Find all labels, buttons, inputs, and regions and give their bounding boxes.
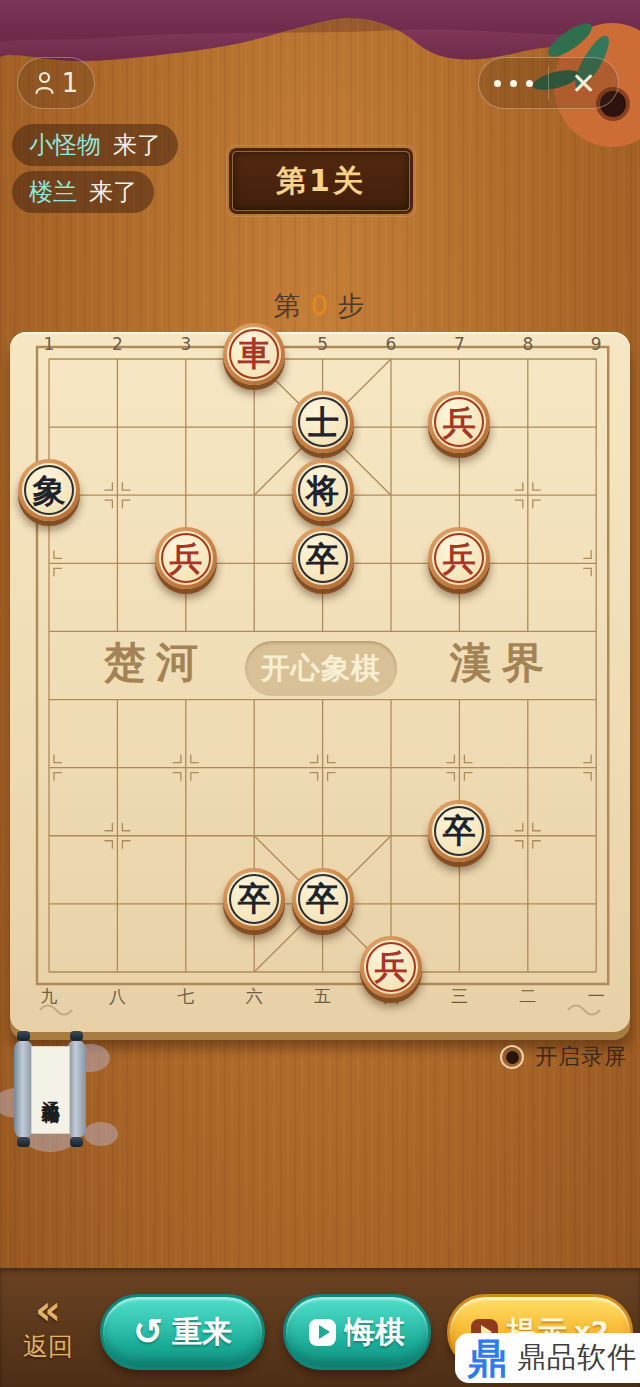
- piece-black-卒[interactable]: 卒: [292, 527, 354, 589]
- piece-face: 兵: [432, 531, 486, 585]
- player-count-pill[interactable]: 1: [17, 57, 95, 109]
- piece-red-兵[interactable]: 兵: [360, 936, 422, 998]
- piece-red-兵[interactable]: 兵: [428, 391, 490, 453]
- piece-black-卒[interactable]: 卒: [292, 868, 354, 930]
- board-pieces-grid: 車士兵象将兵卒兵卒卒卒兵: [15, 325, 631, 1006]
- chat-nickname: 楼兰: [29, 176, 77, 208]
- piece-face: 兵: [159, 531, 213, 585]
- piece-black-卒[interactable]: 卒: [428, 800, 490, 862]
- piece-glyph: 卒: [238, 882, 271, 915]
- piece-red-兵[interactable]: 兵: [428, 527, 490, 589]
- leaf: [544, 18, 597, 63]
- strategy-scroll-button[interactable]: 通关秘籍: [0, 1026, 120, 1186]
- restart-icon: ↺: [133, 1314, 163, 1350]
- piece-face: 兵: [364, 940, 418, 994]
- undo-move-button[interactable]: 悔棋: [283, 1294, 431, 1370]
- close-icon: ✕: [571, 66, 596, 101]
- move-suffix: 步: [338, 290, 367, 321]
- player-count: 1: [62, 68, 79, 98]
- chat-nickname: 小怪物: [29, 129, 101, 161]
- record-screen-control[interactable]: 开启录屏: [500, 1042, 632, 1072]
- back-label: 返回: [16, 1330, 80, 1363]
- person-icon: [34, 71, 55, 95]
- piece-face: 卒: [296, 531, 350, 585]
- piece-glyph: 兵: [443, 406, 476, 439]
- piece-face: 卒: [227, 872, 281, 926]
- move-prefix: 第: [273, 290, 302, 321]
- chat-text: 来了: [89, 176, 137, 208]
- window-controls: ✕: [478, 57, 619, 109]
- cloth: [0, 0, 640, 61]
- watermark: 鼎 鼎品软件: [455, 1333, 640, 1383]
- undo-label: 悔棋: [345, 1312, 405, 1353]
- piece-glyph: 卒: [306, 542, 339, 575]
- piece-glyph: 象: [32, 474, 65, 507]
- record-icon: [500, 1045, 524, 1069]
- piece-black-将[interactable]: 将: [292, 459, 354, 521]
- back-chevron-icon: «: [16, 1292, 80, 1328]
- more-options-button[interactable]: [479, 58, 548, 108]
- piece-face: 卒: [432, 804, 486, 858]
- piece-face: 将: [296, 463, 350, 517]
- piece-glyph: 卒: [443, 814, 476, 847]
- level-banner: 第1关: [232, 151, 410, 211]
- restart-button[interactable]: ↺ 重来: [100, 1294, 265, 1370]
- chat-message: 楼兰 来了: [12, 171, 154, 213]
- piece-red-兵[interactable]: 兵: [155, 527, 217, 589]
- move-counter: 第0步: [0, 288, 640, 324]
- piece-face: 兵: [432, 395, 486, 449]
- piece-black-士[interactable]: 士: [292, 391, 354, 453]
- watermark-brand: 鼎品软件: [517, 1338, 637, 1378]
- video-play-icon: [309, 1319, 336, 1346]
- more-options-icon: [494, 80, 533, 87]
- watermark-logo-icon: 鼎: [467, 1338, 507, 1378]
- piece-black-象[interactable]: 象: [18, 459, 80, 521]
- piece-face: 士: [296, 395, 350, 449]
- chat-message: 小怪物 来了: [12, 124, 178, 166]
- piece-face: 象: [22, 463, 76, 517]
- scroll-paper: 通关秘籍: [31, 1046, 70, 1134]
- cloud-decoration: [84, 1122, 118, 1146]
- back-button[interactable]: « 返回: [16, 1292, 80, 1376]
- piece-face: 車: [227, 327, 281, 381]
- move-count: 0: [302, 290, 337, 321]
- level-label: 第1关: [276, 161, 366, 202]
- piece-glyph: 卒: [306, 882, 339, 915]
- piece-red-車[interactable]: 車: [223, 323, 285, 385]
- close-button[interactable]: ✕: [549, 58, 618, 108]
- record-label: 开启录屏: [535, 1042, 627, 1072]
- restart-label: 重来: [172, 1312, 232, 1353]
- piece-glyph: 兵: [443, 542, 476, 575]
- piece-glyph: 士: [306, 406, 339, 439]
- piece-glyph: 兵: [169, 542, 202, 575]
- piece-glyph: 将: [306, 474, 339, 507]
- piece-glyph: 兵: [374, 950, 407, 983]
- chat-text: 来了: [113, 129, 161, 161]
- piece-glyph: 車: [238, 337, 271, 370]
- pot-mouth: [486, 0, 546, 27]
- piece-black-卒[interactable]: 卒: [223, 868, 285, 930]
- piece-face: 卒: [296, 872, 350, 926]
